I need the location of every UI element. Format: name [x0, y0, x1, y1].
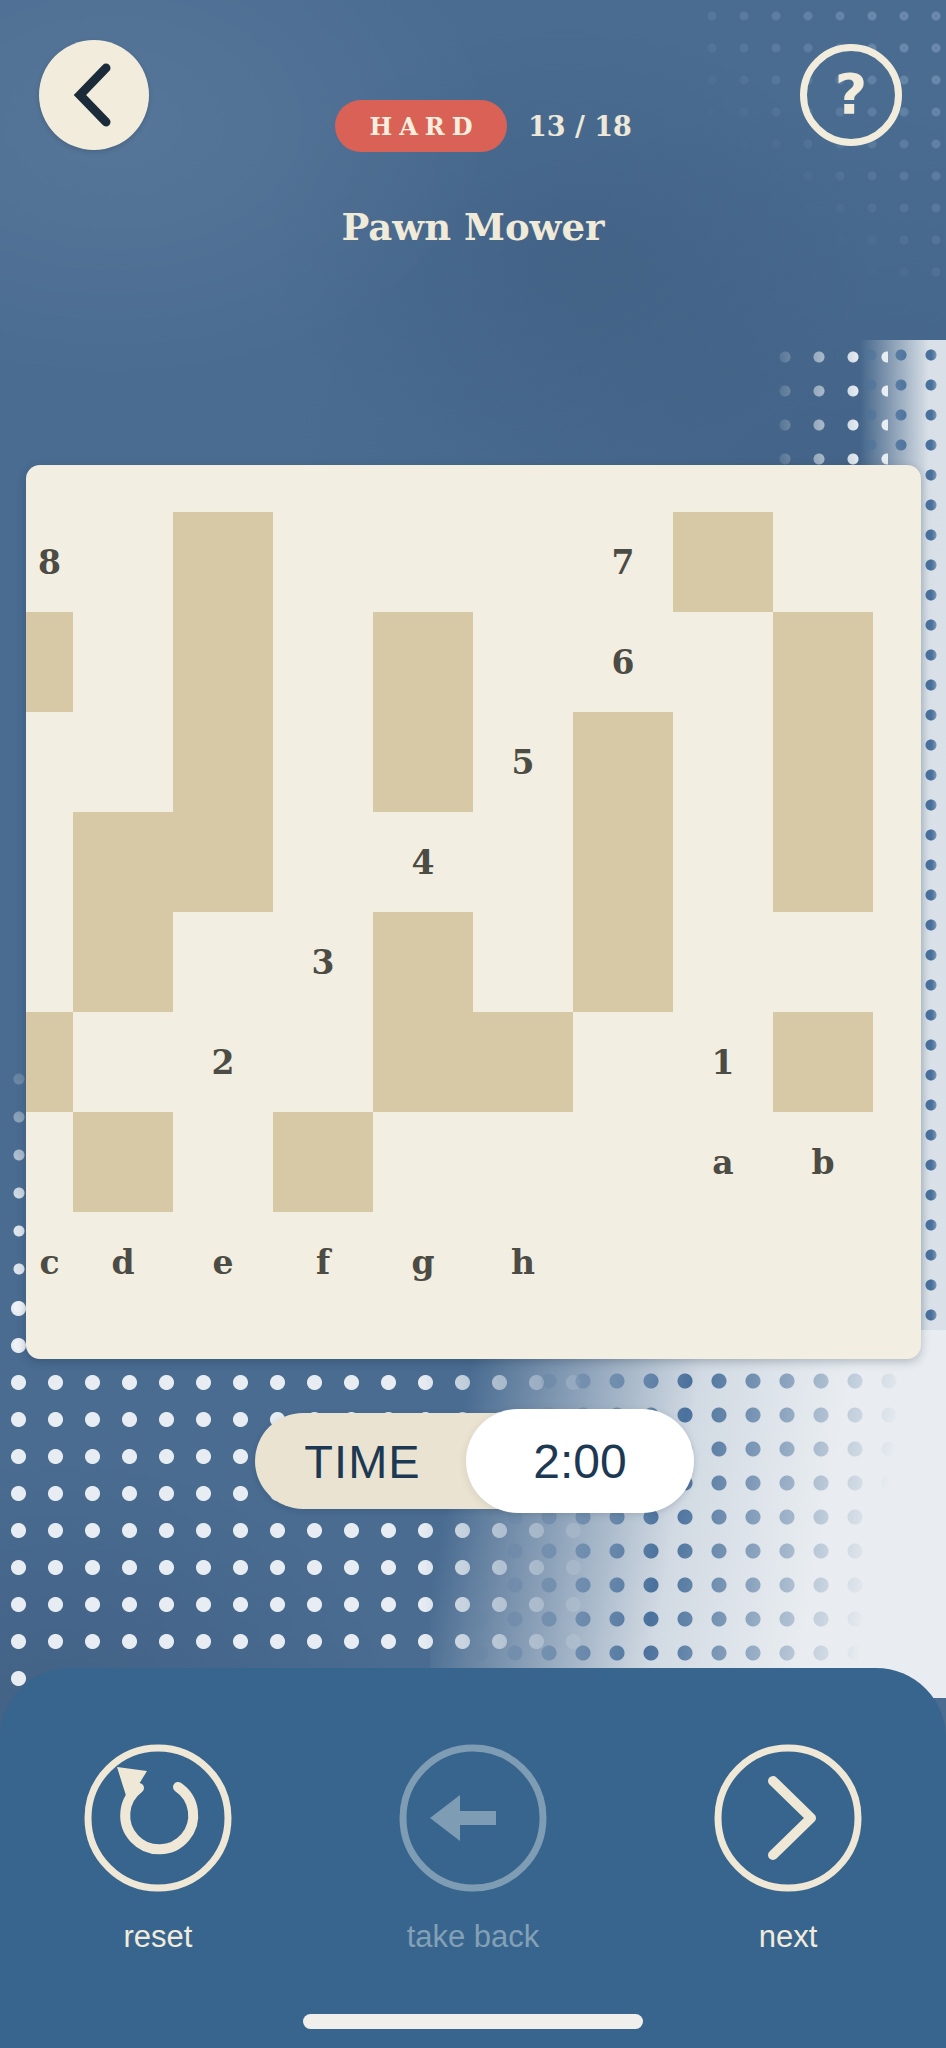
take-back-label: take back	[407, 1919, 540, 1955]
rank-label-8: 8	[26, 512, 73, 612]
square-b5[interactable]	[673, 712, 773, 812]
file-label-h: h	[473, 1212, 573, 1312]
square-a6[interactable]	[673, 612, 773, 712]
arrow-left-icon	[396, 1741, 550, 1895]
square-c3[interactable]	[573, 912, 673, 1012]
file-label-a: a	[673, 1112, 773, 1212]
square-f4[interactable]	[73, 912, 173, 1012]
chess-board: 87654321abcdefgh	[26, 465, 921, 1359]
square-h7[interactable]	[473, 612, 573, 712]
file-label-c: c	[26, 1212, 73, 1312]
square-h5[interactable]	[273, 812, 373, 912]
square-g8[interactable]	[473, 512, 573, 612]
file-label-b: b	[773, 1112, 873, 1212]
square-b4[interactable]	[573, 812, 673, 912]
square-b3[interactable]	[473, 912, 573, 1012]
timer-capsule: TIME 2:00	[255, 1413, 692, 1509]
control-bar: reset take back next	[0, 1668, 946, 2048]
difficulty-label: HARD	[362, 112, 479, 141]
square-d4[interactable]	[773, 812, 873, 912]
square-a2[interactable]	[273, 1012, 373, 1112]
file-label-e: e	[173, 1212, 273, 1312]
square-d2[interactable]	[473, 1012, 573, 1112]
square-a3[interactable]	[373, 912, 473, 1012]
square-f6[interactable]	[173, 712, 273, 812]
square-b6[interactable]	[773, 612, 873, 712]
square-h3[interactable]	[73, 1012, 173, 1112]
square-c4[interactable]	[673, 812, 773, 912]
puzzle-progress: 13 / 18	[528, 100, 632, 152]
reset-label: reset	[124, 1919, 193, 1955]
rank-label-1: 1	[673, 1012, 773, 1112]
square-a4[interactable]	[473, 812, 573, 912]
board-corner	[573, 1112, 673, 1212]
square-e6[interactable]	[73, 712, 173, 812]
reset-button[interactable]: reset	[48, 1741, 268, 1955]
timer-value: 2:00	[533, 1434, 626, 1489]
question-mark-icon: ?	[835, 61, 867, 126]
take-back-button[interactable]: take back	[363, 1741, 583, 1955]
file-label-g: g	[373, 1212, 473, 1312]
square-a1[interactable]	[773, 1012, 873, 1112]
square-h1[interactable]	[473, 1112, 573, 1212]
square-f3[interactable]	[773, 912, 873, 1012]
square-g5[interactable]	[173, 812, 273, 912]
square-g4[interactable]	[173, 912, 273, 1012]
square-e5[interactable]	[73, 812, 173, 912]
square-e1[interactable]	[273, 1112, 373, 1212]
square-e2[interactable]	[573, 1012, 673, 1112]
square-b8[interactable]	[173, 512, 273, 612]
next-button[interactable]: next	[678, 1741, 898, 1955]
square-c1[interactable]	[73, 1112, 173, 1212]
square-d7[interactable]	[73, 612, 173, 712]
rank-label-4: 4	[373, 812, 473, 912]
square-f7[interactable]	[273, 612, 373, 712]
square-f1[interactable]	[373, 1112, 473, 1212]
rank-label-3: 3	[273, 912, 373, 1012]
square-b2[interactable]	[373, 1012, 473, 1112]
square-c5[interactable]	[773, 712, 873, 812]
board-grid: 87654321abcdefgh	[26, 512, 873, 1359]
square-g7[interactable]	[373, 612, 473, 712]
back-button[interactable]	[39, 40, 149, 150]
help-button[interactable]: ?	[800, 44, 902, 146]
square-c8[interactable]	[273, 512, 373, 612]
square-b7[interactable]	[773, 512, 873, 612]
difficulty-badge: HARD	[335, 100, 507, 152]
file-label-f: f	[273, 1212, 373, 1312]
timer-chip: 2:00	[466, 1409, 694, 1513]
rank-label-5: 5	[473, 712, 573, 812]
file-label-d: d	[73, 1212, 173, 1312]
next-label: next	[759, 1919, 818, 1955]
app-screen: HARD 13 / 18 ? Pawn Mower 87654321abcdef…	[0, 0, 946, 2048]
timer-label: TIME	[255, 1413, 470, 1509]
square-e7[interactable]	[173, 612, 273, 712]
square-a8[interactable]	[73, 512, 173, 612]
page-title: Pawn Mower	[0, 205, 946, 249]
rotate-ccw-icon	[81, 1741, 235, 1895]
rank-label-7: 7	[573, 512, 673, 612]
square-d1[interactable]	[173, 1112, 273, 1212]
square-h6[interactable]	[373, 712, 473, 812]
square-d3[interactable]	[673, 912, 773, 1012]
square-a5[interactable]	[573, 712, 673, 812]
home-indicator[interactable]	[303, 2014, 643, 2029]
rank-label-2: 2	[173, 1012, 273, 1112]
rank-label-6: 6	[573, 612, 673, 712]
square-a7[interactable]	[673, 512, 773, 612]
square-e8[interactable]	[373, 512, 473, 612]
chevron-left-icon	[64, 60, 124, 130]
square-g6[interactable]	[273, 712, 373, 812]
chevron-right-icon	[711, 1741, 865, 1895]
